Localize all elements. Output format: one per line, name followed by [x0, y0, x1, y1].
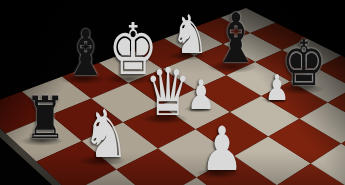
white-pawn-glyph: ♟ — [200, 118, 243, 179]
pieces-layer: ♞♝♝♚♚♟♟♛♜♞♟ — [0, 0, 345, 185]
white-queen-glyph: ♛ — [145, 59, 192, 125]
white-knight-glyph: ♞ — [83, 101, 130, 167]
white-pawn-glyph: ♟ — [264, 70, 289, 106]
chess-scene: ♞♝♝♚♚♟♟♛♜♞♟ — [0, 0, 345, 185]
black-bishop-glyph: ♝ — [212, 4, 260, 73]
black-rook-glyph: ♜ — [24, 89, 65, 147]
black-bishop-glyph: ♝ — [64, 22, 109, 86]
